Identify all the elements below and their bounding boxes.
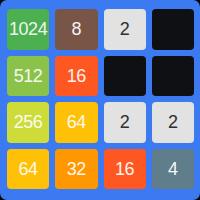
tile-2: 2 [104, 9, 146, 50]
tile-1024: 1024 [7, 9, 49, 50]
tile-64: 64 [7, 149, 49, 190]
tile-8: 8 [55, 9, 97, 50]
empty-cell [152, 9, 194, 50]
tile-256: 256 [7, 102, 49, 143]
tile-64: 64 [55, 102, 97, 143]
tile-2: 2 [104, 102, 146, 143]
screen: 1024825121625664226432164 [0, 0, 200, 200]
tile-512: 512 [7, 56, 49, 97]
board-2048[interactable]: 1024825121625664226432164 [0, 0, 200, 200]
tile-4: 4 [152, 149, 194, 190]
board-grid: 1024825121625664226432164 [0, 0, 200, 200]
empty-cell [104, 56, 146, 97]
tile-32: 32 [55, 149, 97, 190]
tile-2: 2 [152, 102, 194, 143]
empty-cell [152, 56, 194, 97]
tile-16: 16 [55, 56, 97, 97]
tile-16: 16 [104, 149, 146, 190]
